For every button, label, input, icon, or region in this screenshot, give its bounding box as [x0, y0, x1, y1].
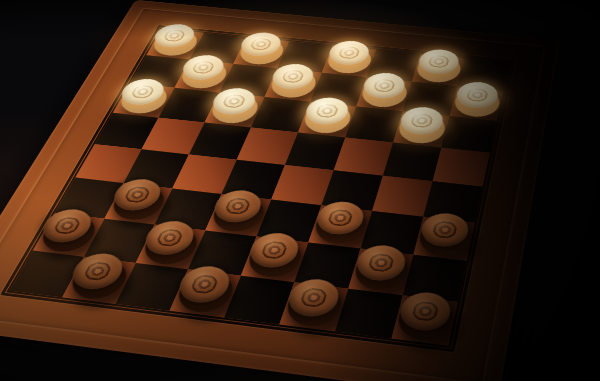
checker-dark-r6c6[interactable]: [352, 242, 408, 282]
checkers-board: [0, 0, 559, 381]
checker-dark-r7c5[interactable]: [283, 276, 343, 318]
checker-dark-r5c5[interactable]: [312, 199, 367, 236]
checker-dark-r6c2[interactable]: [139, 218, 199, 256]
perspective-scene: [0, 0, 600, 381]
checker-dark-r5c7[interactable]: [418, 211, 471, 249]
photo-stage: [0, 0, 600, 381]
